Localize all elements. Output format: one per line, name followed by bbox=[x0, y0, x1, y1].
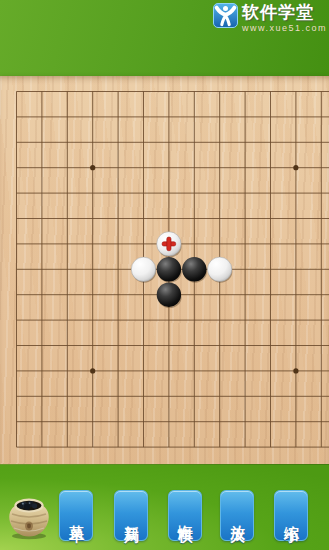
zoom-in-button[interactable]: 放大 bbox=[220, 490, 254, 541]
board-grid bbox=[0, 76, 329, 464]
stone-white bbox=[131, 257, 155, 281]
new-game-button[interactable]: 新局 bbox=[114, 490, 148, 541]
star-point bbox=[90, 165, 95, 170]
stone-white bbox=[208, 257, 232, 281]
new-game-button-label: 新局 bbox=[122, 513, 141, 519]
undo-button[interactable]: 悔棋 bbox=[168, 490, 202, 541]
stone-black bbox=[182, 257, 206, 281]
gomoku-app-screen: 软件学堂 www.xue51.com bbox=[0, 0, 329, 550]
star-point bbox=[293, 165, 298, 170]
xue51-logo-icon bbox=[213, 3, 238, 28]
zoom-out-button[interactable]: 缩小 bbox=[274, 490, 308, 541]
stone-black bbox=[157, 283, 181, 307]
watermark: 软件学堂 www.xue51.com bbox=[213, 3, 327, 33]
star-point bbox=[90, 368, 95, 373]
menu-button-label: 菜单 bbox=[67, 513, 86, 519]
undo-button-label: 悔棋 bbox=[176, 513, 195, 519]
last-move-marker bbox=[167, 237, 171, 251]
toolbar: 菜单 新局 悔棋 放大 缩小 bbox=[0, 464, 329, 550]
menu-button[interactable]: 菜单 bbox=[59, 490, 93, 541]
zoom-in-button-label: 放大 bbox=[228, 513, 247, 519]
go-stone-bowl-icon bbox=[8, 493, 50, 540]
zoom-out-button-label: 缩小 bbox=[282, 513, 301, 519]
stone-black bbox=[157, 257, 181, 281]
star-point bbox=[293, 368, 298, 373]
watermark-title: 软件学堂 bbox=[242, 3, 314, 22]
top-bar: 软件学堂 www.xue51.com bbox=[0, 0, 329, 76]
go-board[interactable] bbox=[0, 76, 329, 464]
watermark-text: 软件学堂 www.xue51.com bbox=[242, 3, 327, 33]
watermark-url: www.xue51.com bbox=[242, 23, 327, 33]
